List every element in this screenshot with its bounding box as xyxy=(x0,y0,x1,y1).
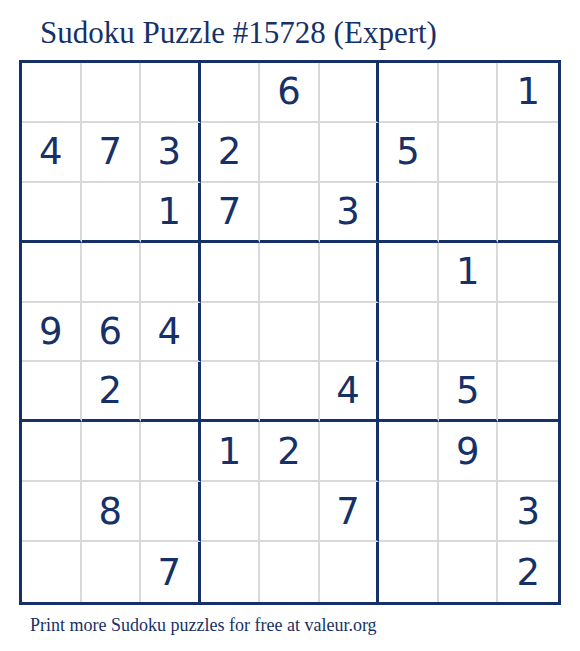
cell-r9c9: 2 xyxy=(498,542,558,602)
cell-r4c1 xyxy=(22,243,82,303)
cell-r2c8 xyxy=(439,123,499,183)
cell-r3c5 xyxy=(260,183,320,243)
cell-r7c4: 1 xyxy=(201,422,261,482)
cell-r1c3 xyxy=(141,63,201,123)
cell-r4c3 xyxy=(141,243,201,303)
cell-r7c7 xyxy=(379,422,439,482)
cell-r4c7 xyxy=(379,243,439,303)
cell-r2c9 xyxy=(498,123,558,183)
cell-r7c9 xyxy=(498,422,558,482)
cell-r1c2 xyxy=(82,63,142,123)
cell-r9c6 xyxy=(320,542,380,602)
cell-r5c9 xyxy=(498,303,558,363)
cell-r4c4 xyxy=(201,243,261,303)
cell-r5c3: 4 xyxy=(141,303,201,363)
cell-r1c6 xyxy=(320,63,380,123)
cell-r2c7: 5 xyxy=(379,123,439,183)
cell-r9c2 xyxy=(82,542,142,602)
cell-r3c2 xyxy=(82,183,142,243)
cell-r6c4 xyxy=(201,362,261,422)
cell-r4c5 xyxy=(260,243,320,303)
cell-r9c3: 7 xyxy=(141,542,201,602)
cell-r2c6 xyxy=(320,123,380,183)
cell-r1c7 xyxy=(379,63,439,123)
cell-r3c3: 1 xyxy=(141,183,201,243)
sudoku-board: 6147325173196424512987372 xyxy=(19,60,561,605)
cell-r7c6 xyxy=(320,422,380,482)
cell-r7c1 xyxy=(22,422,82,482)
footer-text: Print more Sudoku puzzles for free at va… xyxy=(30,615,377,637)
cell-r3c1 xyxy=(22,183,82,243)
cell-r8c5 xyxy=(260,482,320,542)
cell-r6c1 xyxy=(22,362,82,422)
cell-r9c8 xyxy=(439,542,499,602)
cell-r3c8 xyxy=(439,183,499,243)
cell-r2c2: 7 xyxy=(82,123,142,183)
cell-r2c5 xyxy=(260,123,320,183)
cell-r8c6: 7 xyxy=(320,482,380,542)
cell-r7c5: 2 xyxy=(260,422,320,482)
cell-r8c3 xyxy=(141,482,201,542)
cell-r6c5 xyxy=(260,362,320,422)
cell-r7c3 xyxy=(141,422,201,482)
cell-r1c8 xyxy=(439,63,499,123)
cell-r2c3: 3 xyxy=(141,123,201,183)
cell-r9c1 xyxy=(22,542,82,602)
cell-r5c6 xyxy=(320,303,380,363)
cell-r6c8: 5 xyxy=(439,362,499,422)
cell-r8c7 xyxy=(379,482,439,542)
cell-r7c8: 9 xyxy=(439,422,499,482)
cell-r1c9: 1 xyxy=(498,63,558,123)
cell-r6c7 xyxy=(379,362,439,422)
cell-r5c8 xyxy=(439,303,499,363)
cell-r3c9 xyxy=(498,183,558,243)
cell-r9c4 xyxy=(201,542,261,602)
cell-r9c7 xyxy=(379,542,439,602)
cell-r5c2: 6 xyxy=(82,303,142,363)
cell-r4c6 xyxy=(320,243,380,303)
cell-r4c8: 1 xyxy=(439,243,499,303)
cell-r5c7 xyxy=(379,303,439,363)
cell-r6c9 xyxy=(498,362,558,422)
cell-r8c8 xyxy=(439,482,499,542)
cell-r4c2 xyxy=(82,243,142,303)
cell-r2c4: 2 xyxy=(201,123,261,183)
cell-r8c4 xyxy=(201,482,261,542)
cell-r5c5 xyxy=(260,303,320,363)
cell-r3c4: 7 xyxy=(201,183,261,243)
cell-r1c4 xyxy=(201,63,261,123)
cell-r1c5: 6 xyxy=(260,63,320,123)
cell-r8c2: 8 xyxy=(82,482,142,542)
cell-r4c9 xyxy=(498,243,558,303)
cell-r3c7 xyxy=(379,183,439,243)
cell-r8c9: 3 xyxy=(498,482,558,542)
cell-r6c3 xyxy=(141,362,201,422)
sudoku-print-page: Sudoku Puzzle #15728 (Expert) 6147325173… xyxy=(0,0,580,651)
cell-r5c1: 9 xyxy=(22,303,82,363)
cell-r5c4 xyxy=(201,303,261,363)
cell-r3c6: 3 xyxy=(320,183,380,243)
cell-r6c2: 2 xyxy=(82,362,142,422)
cell-r1c1 xyxy=(22,63,82,123)
page-title: Sudoku Puzzle #15728 (Expert) xyxy=(40,17,437,48)
cell-r2c1: 4 xyxy=(22,123,82,183)
cell-r7c2 xyxy=(82,422,142,482)
cell-r9c5 xyxy=(260,542,320,602)
cell-r6c6: 4 xyxy=(320,362,380,422)
cell-r8c1 xyxy=(22,482,82,542)
